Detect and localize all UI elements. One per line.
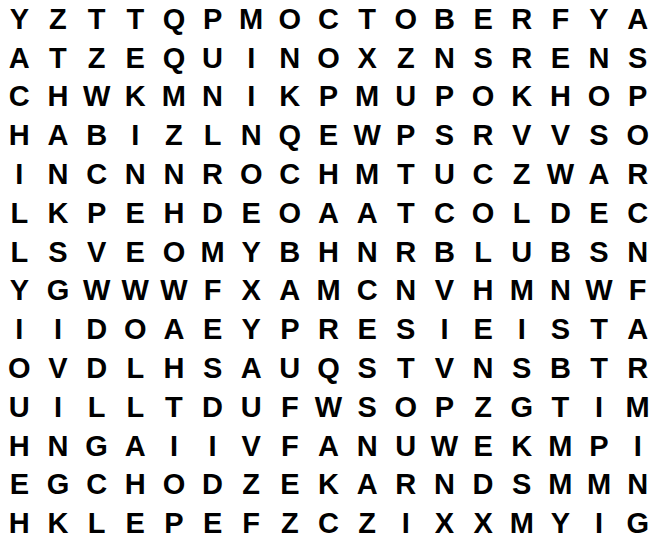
grid-cell-r11c7[interactable]: U xyxy=(232,388,271,427)
grid-cell-r1c1[interactable]: Y xyxy=(0,0,39,39)
grid-cell-r11c3[interactable]: L xyxy=(77,388,116,427)
grid-cell-r2c8[interactable]: N xyxy=(271,39,310,78)
grid-cell-r14c17[interactable]: G xyxy=(618,504,657,543)
grid-cell-r10c10[interactable]: S xyxy=(348,349,387,388)
grid-cell-r11c6[interactable]: D xyxy=(193,388,232,427)
grid-cell-r3c8[interactable]: K xyxy=(271,78,310,117)
grid-cell-r3c12[interactable]: P xyxy=(425,78,464,117)
grid-cell-r7c5[interactable]: O xyxy=(155,233,194,272)
grid-cell-r12c6[interactable]: I xyxy=(193,427,232,466)
grid-cell-r2c2[interactable]: T xyxy=(39,39,78,78)
grid-cell-r8c17[interactable]: F xyxy=(618,271,657,310)
grid-cell-r13c3[interactable]: C xyxy=(77,465,116,504)
grid-cell-r9c13[interactable]: E xyxy=(464,310,503,349)
grid-cell-r13c17[interactable]: N xyxy=(618,465,657,504)
grid-cell-r6c16[interactable]: E xyxy=(580,194,619,233)
grid-cell-r10c1[interactable]: O xyxy=(0,349,39,388)
grid-cell-r5c8[interactable]: C xyxy=(271,155,310,194)
grid-cell-r13c9[interactable]: K xyxy=(309,465,348,504)
grid-cell-r9c17[interactable]: A xyxy=(618,310,657,349)
grid-cell-r7c2[interactable]: S xyxy=(39,233,78,272)
grid-cell-r1c16[interactable]: Y xyxy=(580,0,619,39)
grid-cell-r5c3[interactable]: C xyxy=(77,155,116,194)
grid-cell-r4c16[interactable]: S xyxy=(580,116,619,155)
grid-cell-r4c7[interactable]: N xyxy=(232,116,271,155)
grid-cell-r12c2[interactable]: N xyxy=(39,427,78,466)
grid-cell-r6c13[interactable]: O xyxy=(464,194,503,233)
grid-cell-r8c4[interactable]: W xyxy=(116,271,155,310)
grid-cell-r4c8[interactable]: Q xyxy=(271,116,310,155)
grid-cell-r2c4[interactable]: E xyxy=(116,39,155,78)
grid-cell-r9c12[interactable]: I xyxy=(425,310,464,349)
grid-cell-r8c12[interactable]: V xyxy=(425,271,464,310)
grid-cell-r5c16[interactable]: A xyxy=(580,155,619,194)
grid-cell-r2c3[interactable]: Z xyxy=(77,39,116,78)
grid-cell-r8c15[interactable]: N xyxy=(541,271,580,310)
grid-cell-r3c17[interactable]: P xyxy=(618,78,657,117)
grid-cell-r14c4[interactable]: E xyxy=(116,504,155,543)
grid-cell-r4c17[interactable]: O xyxy=(618,116,657,155)
grid-cell-r2c7[interactable]: I xyxy=(232,39,271,78)
grid-cell-r14c10[interactable]: Z xyxy=(348,504,387,543)
grid-cell-r14c16[interactable]: I xyxy=(580,504,619,543)
grid-cell-r2c5[interactable]: Q xyxy=(155,39,194,78)
grid-cell-r3c6[interactable]: N xyxy=(193,78,232,117)
grid-cell-r8c1[interactable]: Y xyxy=(0,271,39,310)
grid-cell-r2c10[interactable]: X xyxy=(348,39,387,78)
grid-cell-r13c11[interactable]: R xyxy=(386,465,425,504)
grid-cell-r10c8[interactable]: U xyxy=(271,349,310,388)
word-search-grid: YZTTQPMOCTOBERFYAATZEQUINOXZNSRENSCHWKMN… xyxy=(0,0,657,543)
grid-cell-r5c5[interactable]: N xyxy=(155,155,194,194)
grid-cell-r11c4[interactable]: L xyxy=(116,388,155,427)
grid-cell-r14c1[interactable]: H xyxy=(0,504,39,543)
grid-cell-r5c17[interactable]: R xyxy=(618,155,657,194)
grid-cell-r7c4[interactable]: E xyxy=(116,233,155,272)
grid-cell-r4c14[interactable]: V xyxy=(502,116,541,155)
grid-cell-r11c15[interactable]: T xyxy=(541,388,580,427)
grid-cell-r14c8[interactable]: Z xyxy=(271,504,310,543)
grid-cell-r4c5[interactable]: Z xyxy=(155,116,194,155)
grid-cell-r4c9[interactable]: E xyxy=(309,116,348,155)
grid-cell-r13c16[interactable]: M xyxy=(580,465,619,504)
grid-cell-r10c5[interactable]: H xyxy=(155,349,194,388)
grid-cell-r13c15[interactable]: M xyxy=(541,465,580,504)
grid-cell-r10c13[interactable]: N xyxy=(464,349,503,388)
grid-cell-r14c6[interactable]: E xyxy=(193,504,232,543)
grid-cell-r1c6[interactable]: P xyxy=(193,0,232,39)
grid-cell-r13c14[interactable]: S xyxy=(502,465,541,504)
grid-cell-r7c13[interactable]: L xyxy=(464,233,503,272)
grid-cell-r4c3[interactable]: B xyxy=(77,116,116,155)
grid-cell-r5c12[interactable]: U xyxy=(425,155,464,194)
grid-cell-r1c7[interactable]: M xyxy=(232,0,271,39)
grid-cell-r6c5[interactable]: H xyxy=(155,194,194,233)
grid-cell-r8c9[interactable]: M xyxy=(309,271,348,310)
grid-cell-r12c13[interactable]: E xyxy=(464,427,503,466)
grid-cell-r3c1[interactable]: C xyxy=(0,78,39,117)
grid-cell-r9c14[interactable]: I xyxy=(502,310,541,349)
grid-cell-r12c11[interactable]: U xyxy=(386,427,425,466)
grid-cell-r1c4[interactable]: T xyxy=(116,0,155,39)
grid-cell-r3c5[interactable]: M xyxy=(155,78,194,117)
grid-cell-r12c16[interactable]: P xyxy=(580,427,619,466)
grid-cell-r5c10[interactable]: M xyxy=(348,155,387,194)
grid-cell-r5c1[interactable]: I xyxy=(0,155,39,194)
grid-cell-r2c6[interactable]: U xyxy=(193,39,232,78)
grid-cell-r9c2[interactable]: I xyxy=(39,310,78,349)
grid-cell-r6c9[interactable]: A xyxy=(309,194,348,233)
grid-cell-r14c5[interactable]: P xyxy=(155,504,194,543)
grid-cell-r14c12[interactable]: X xyxy=(425,504,464,543)
grid-cell-r4c2[interactable]: A xyxy=(39,116,78,155)
grid-cell-r13c12[interactable]: N xyxy=(425,465,464,504)
grid-cell-r10c12[interactable]: V xyxy=(425,349,464,388)
grid-cell-r4c11[interactable]: P xyxy=(386,116,425,155)
grid-cell-r11c8[interactable]: F xyxy=(271,388,310,427)
grid-cell-r9c9[interactable]: R xyxy=(309,310,348,349)
grid-cell-r11c11[interactable]: O xyxy=(386,388,425,427)
grid-cell-r10c3[interactable]: D xyxy=(77,349,116,388)
grid-cell-r14c11[interactable]: I xyxy=(386,504,425,543)
grid-cell-r3c15[interactable]: H xyxy=(541,78,580,117)
grid-cell-r10c2[interactable]: V xyxy=(39,349,78,388)
grid-cell-r12c7[interactable]: V xyxy=(232,427,271,466)
grid-cell-r6c10[interactable]: A xyxy=(348,194,387,233)
grid-cell-r12c17[interactable]: I xyxy=(618,427,657,466)
grid-cell-r11c13[interactable]: Z xyxy=(464,388,503,427)
grid-cell-r9c7[interactable]: Y xyxy=(232,310,271,349)
grid-cell-r4c4[interactable]: I xyxy=(116,116,155,155)
grid-cell-r7c7[interactable]: Y xyxy=(232,233,271,272)
grid-cell-r12c8[interactable]: F xyxy=(271,427,310,466)
grid-cell-r13c7[interactable]: Z xyxy=(232,465,271,504)
grid-cell-r6c12[interactable]: C xyxy=(425,194,464,233)
grid-cell-r7c8[interactable]: B xyxy=(271,233,310,272)
grid-cell-r7c17[interactable]: N xyxy=(618,233,657,272)
grid-cell-r11c1[interactable]: U xyxy=(0,388,39,427)
grid-cell-r2c16[interactable]: N xyxy=(580,39,619,78)
grid-cell-r1c2[interactable]: Z xyxy=(39,0,78,39)
grid-cell-r6c2[interactable]: K xyxy=(39,194,78,233)
grid-cell-r14c2[interactable]: K xyxy=(39,504,78,543)
grid-cell-r10c14[interactable]: S xyxy=(502,349,541,388)
grid-cell-r3c13[interactable]: O xyxy=(464,78,503,117)
grid-cell-r1c12[interactable]: B xyxy=(425,0,464,39)
grid-cell-r1c3[interactable]: T xyxy=(77,0,116,39)
grid-cell-r10c9[interactable]: Q xyxy=(309,349,348,388)
grid-cell-r3c11[interactable]: U xyxy=(386,78,425,117)
grid-cell-r5c13[interactable]: C xyxy=(464,155,503,194)
grid-cell-r14c7[interactable]: F xyxy=(232,504,271,543)
grid-cell-r6c7[interactable]: E xyxy=(232,194,271,233)
grid-cell-r4c13[interactable]: R xyxy=(464,116,503,155)
grid-cell-r13c4[interactable]: H xyxy=(116,465,155,504)
grid-cell-r2c11[interactable]: Z xyxy=(386,39,425,78)
grid-cell-r5c11[interactable]: T xyxy=(386,155,425,194)
grid-cell-r12c3[interactable]: G xyxy=(77,427,116,466)
grid-cell-r7c1[interactable]: L xyxy=(0,233,39,272)
grid-cell-r5c14[interactable]: Z xyxy=(502,155,541,194)
grid-cell-r8c11[interactable]: N xyxy=(386,271,425,310)
grid-cell-r3c14[interactable]: K xyxy=(502,78,541,117)
grid-cell-r4c1[interactable]: H xyxy=(0,116,39,155)
grid-cell-r7c15[interactable]: B xyxy=(541,233,580,272)
grid-cell-r10c16[interactable]: T xyxy=(580,349,619,388)
grid-cell-r2c15[interactable]: E xyxy=(541,39,580,78)
grid-cell-r5c15[interactable]: W xyxy=(541,155,580,194)
grid-cell-r13c5[interactable]: O xyxy=(155,465,194,504)
grid-cell-r1c14[interactable]: R xyxy=(502,0,541,39)
grid-cell-r5c4[interactable]: N xyxy=(116,155,155,194)
grid-cell-r6c8[interactable]: O xyxy=(271,194,310,233)
grid-cell-r2c9[interactable]: O xyxy=(309,39,348,78)
grid-cell-r8c16[interactable]: W xyxy=(580,271,619,310)
grid-cell-r10c4[interactable]: L xyxy=(116,349,155,388)
grid-cell-r8c6[interactable]: F xyxy=(193,271,232,310)
grid-cell-r4c10[interactable]: W xyxy=(348,116,387,155)
grid-cell-r1c10[interactable]: T xyxy=(348,0,387,39)
grid-cell-r14c15[interactable]: Y xyxy=(541,504,580,543)
grid-cell-r9c5[interactable]: A xyxy=(155,310,194,349)
grid-cell-r2c14[interactable]: R xyxy=(502,39,541,78)
grid-cell-r1c13[interactable]: E xyxy=(464,0,503,39)
grid-cell-r6c14[interactable]: L xyxy=(502,194,541,233)
grid-cell-r11c10[interactable]: S xyxy=(348,388,387,427)
grid-cell-r1c17[interactable]: A xyxy=(618,0,657,39)
grid-cell-r5c2[interactable]: N xyxy=(39,155,78,194)
grid-cell-r7c16[interactable]: S xyxy=(580,233,619,272)
grid-cell-r3c4[interactable]: K xyxy=(116,78,155,117)
grid-cell-r10c17[interactable]: R xyxy=(618,349,657,388)
grid-cell-r12c10[interactable]: N xyxy=(348,427,387,466)
grid-cell-r9c8[interactable]: P xyxy=(271,310,310,349)
grid-cell-r9c10[interactable]: E xyxy=(348,310,387,349)
grid-cell-r14c9[interactable]: C xyxy=(309,504,348,543)
grid-cell-r2c13[interactable]: S xyxy=(464,39,503,78)
grid-cell-r1c9[interactable]: C xyxy=(309,0,348,39)
grid-cell-r3c2[interactable]: H xyxy=(39,78,78,117)
grid-cell-r4c6[interactable]: L xyxy=(193,116,232,155)
grid-cell-r3c3[interactable]: W xyxy=(77,78,116,117)
grid-cell-r3c9[interactable]: P xyxy=(309,78,348,117)
grid-cell-r9c3[interactable]: D xyxy=(77,310,116,349)
grid-cell-r11c5[interactable]: T xyxy=(155,388,194,427)
grid-cell-r12c14[interactable]: K xyxy=(502,427,541,466)
grid-cell-r9c6[interactable]: E xyxy=(193,310,232,349)
grid-cell-r8c2[interactable]: G xyxy=(39,271,78,310)
grid-cell-r7c11[interactable]: R xyxy=(386,233,425,272)
grid-cell-r9c15[interactable]: S xyxy=(541,310,580,349)
grid-cell-r13c13[interactable]: D xyxy=(464,465,503,504)
grid-cell-r10c7[interactable]: A xyxy=(232,349,271,388)
grid-cell-r13c8[interactable]: E xyxy=(271,465,310,504)
grid-cell-r7c9[interactable]: H xyxy=(309,233,348,272)
grid-cell-r5c7[interactable]: O xyxy=(232,155,271,194)
grid-cell-r2c17[interactable]: S xyxy=(618,39,657,78)
grid-cell-r11c12[interactable]: P xyxy=(425,388,464,427)
grid-cell-r7c12[interactable]: B xyxy=(425,233,464,272)
grid-cell-r12c15[interactable]: M xyxy=(541,427,580,466)
grid-cell-r8c5[interactable]: W xyxy=(155,271,194,310)
grid-cell-r10c15[interactable]: B xyxy=(541,349,580,388)
grid-cell-r11c9[interactable]: W xyxy=(309,388,348,427)
grid-cell-r3c16[interactable]: O xyxy=(580,78,619,117)
grid-cell-r12c9[interactable]: A xyxy=(309,427,348,466)
grid-cell-r13c10[interactable]: A xyxy=(348,465,387,504)
grid-cell-r1c15[interactable]: F xyxy=(541,0,580,39)
grid-cell-r11c16[interactable]: I xyxy=(580,388,619,427)
grid-cell-r8c13[interactable]: H xyxy=(464,271,503,310)
grid-cell-r8c3[interactable]: W xyxy=(77,271,116,310)
grid-cell-r10c11[interactable]: T xyxy=(386,349,425,388)
grid-cell-r11c2[interactable]: I xyxy=(39,388,78,427)
grid-cell-r9c11[interactable]: S xyxy=(386,310,425,349)
grid-cell-r5c6[interactable]: R xyxy=(193,155,232,194)
grid-cell-r8c7[interactable]: X xyxy=(232,271,271,310)
grid-cell-r8c14[interactable]: M xyxy=(502,271,541,310)
grid-cell-r3c7[interactable]: I xyxy=(232,78,271,117)
grid-cell-r8c10[interactable]: C xyxy=(348,271,387,310)
grid-cell-r12c1[interactable]: H xyxy=(0,427,39,466)
grid-cell-r12c5[interactable]: I xyxy=(155,427,194,466)
grid-cell-r3c10[interactable]: M xyxy=(348,78,387,117)
grid-cell-r6c1[interactable]: L xyxy=(0,194,39,233)
grid-cell-r10c6[interactable]: S xyxy=(193,349,232,388)
grid-cell-r13c2[interactable]: G xyxy=(39,465,78,504)
grid-cell-r9c16[interactable]: T xyxy=(580,310,619,349)
grid-cell-r6c11[interactable]: T xyxy=(386,194,425,233)
grid-cell-r14c3[interactable]: L xyxy=(77,504,116,543)
grid-cell-r1c8[interactable]: O xyxy=(271,0,310,39)
grid-cell-r7c3[interactable]: V xyxy=(77,233,116,272)
grid-cell-r6c6[interactable]: D xyxy=(193,194,232,233)
grid-cell-r5c9[interactable]: H xyxy=(309,155,348,194)
grid-cell-r6c4[interactable]: E xyxy=(116,194,155,233)
grid-cell-r1c5[interactable]: Q xyxy=(155,0,194,39)
grid-cell-r9c1[interactable]: I xyxy=(0,310,39,349)
grid-cell-r12c4[interactable]: A xyxy=(116,427,155,466)
grid-cell-r13c6[interactable]: D xyxy=(193,465,232,504)
grid-cell-r9c4[interactable]: O xyxy=(116,310,155,349)
grid-cell-r11c17[interactable]: M xyxy=(618,388,657,427)
grid-cell-r14c14[interactable]: M xyxy=(502,504,541,543)
grid-cell-r6c3[interactable]: P xyxy=(77,194,116,233)
grid-cell-r12c12[interactable]: W xyxy=(425,427,464,466)
grid-cell-r1c11[interactable]: O xyxy=(386,0,425,39)
grid-cell-r4c12[interactable]: S xyxy=(425,116,464,155)
grid-cell-r4c15[interactable]: V xyxy=(541,116,580,155)
grid-cell-r14c13[interactable]: X xyxy=(464,504,503,543)
grid-cell-r2c1[interactable]: A xyxy=(0,39,39,78)
grid-cell-r7c10[interactable]: N xyxy=(348,233,387,272)
grid-cell-r8c8[interactable]: A xyxy=(271,271,310,310)
grid-cell-r7c6[interactable]: M xyxy=(193,233,232,272)
grid-cell-r7c14[interactable]: U xyxy=(502,233,541,272)
grid-cell-r2c12[interactable]: N xyxy=(425,39,464,78)
grid-cell-r13c1[interactable]: E xyxy=(0,465,39,504)
grid-cell-r6c17[interactable]: C xyxy=(618,194,657,233)
grid-cell-r11c14[interactable]: G xyxy=(502,388,541,427)
grid-cell-r6c15[interactable]: D xyxy=(541,194,580,233)
